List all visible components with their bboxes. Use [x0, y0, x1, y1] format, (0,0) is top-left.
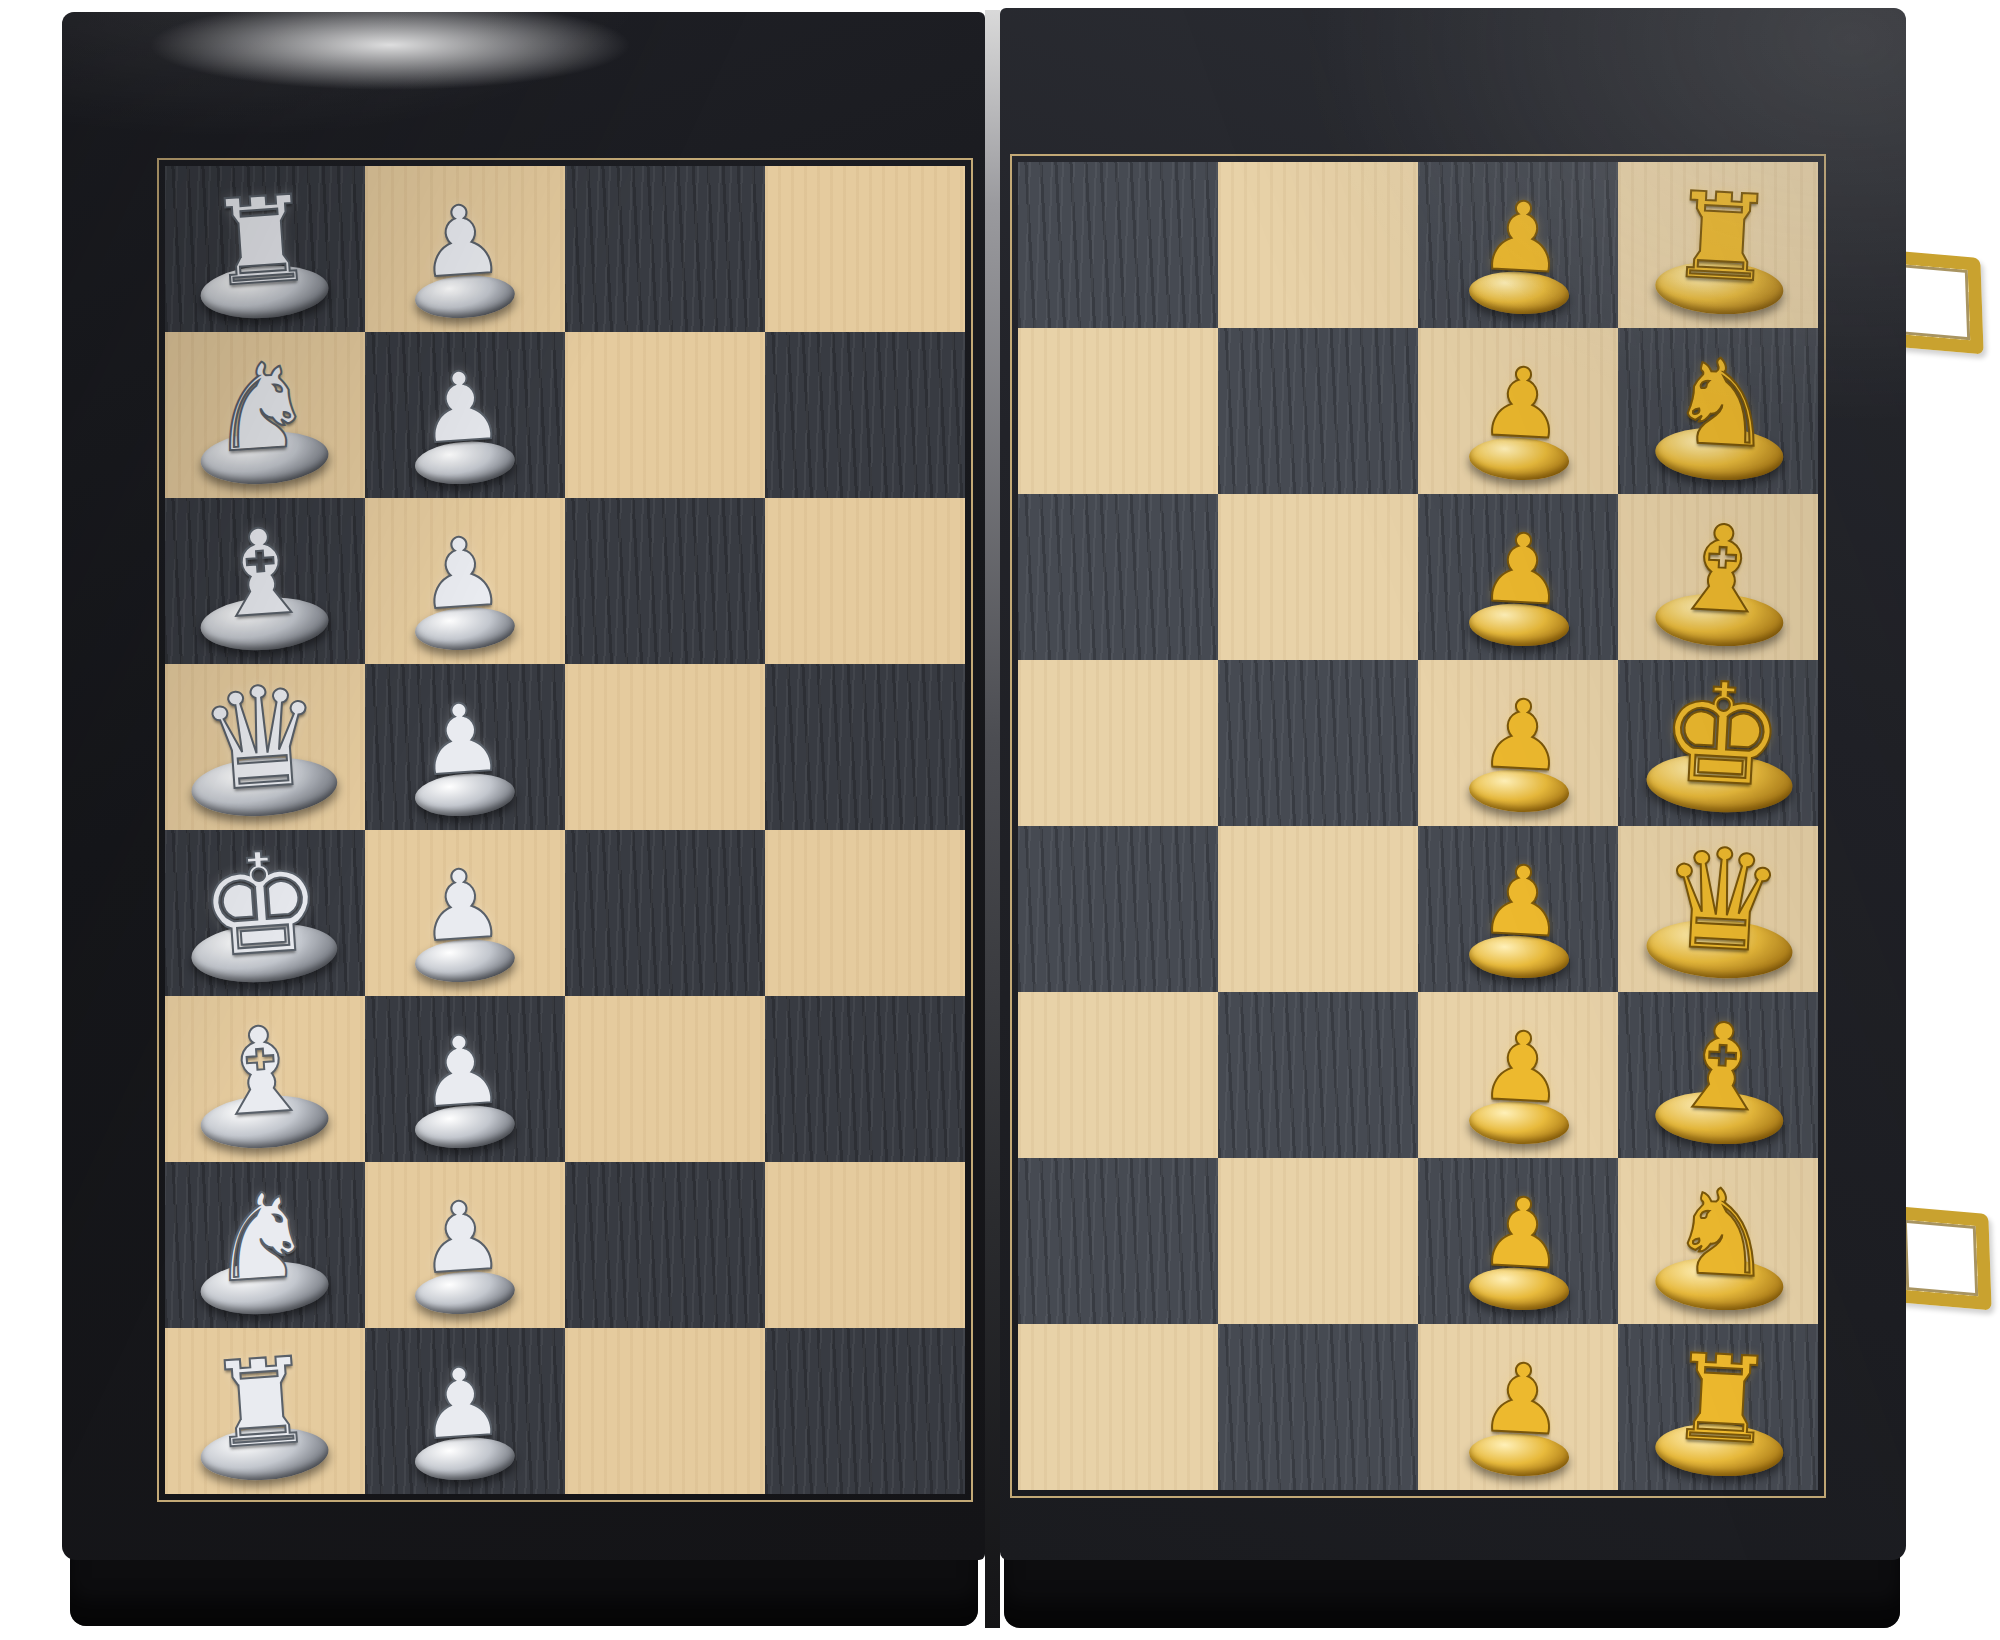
piece-silver-rook: ♜ [155, 1313, 366, 1493]
silver-knight-glyph: ♞ [204, 1174, 318, 1299]
board-square-r2c7: ♟ [1418, 328, 1618, 494]
gold-knight-glyph: ♞ [1666, 1171, 1778, 1294]
gold-bishop-glyph: ♝ [1666, 1005, 1778, 1128]
piece-gold-knight: ♞ [1618, 315, 1826, 491]
piece-gold-bishop: ♝ [1618, 481, 1826, 657]
silver-bishop-glyph: ♝ [204, 510, 318, 635]
board-square-r5c8: ♛ [1618, 826, 1818, 992]
silver-pawn-glyph: ♟ [415, 523, 507, 624]
playfield-right: ♟♜♟♞♟♝♟♚♟♛♟♝♟♞♟♜ [1010, 154, 1826, 1498]
silver-pawn-glyph: ♟ [415, 1187, 507, 1288]
board-square-r2c4 [765, 332, 965, 498]
squares-right: ♟♜♟♞♟♝♟♚♟♛♟♝♟♞♟♜ [1018, 162, 1818, 1490]
board-square-r8c2: ♟ [365, 1328, 565, 1494]
board-square-r1c4 [765, 166, 965, 332]
gold-pawn-glyph: ♟ [1477, 1017, 1567, 1116]
board-square-r1c6 [1218, 162, 1418, 328]
board-square-r6c7: ♟ [1418, 992, 1618, 1158]
gold-pawn-glyph: ♟ [1477, 851, 1567, 950]
gold-king-glyph: ♚ [1657, 663, 1788, 807]
board-square-r5c2: ♟ [365, 830, 565, 996]
gold-pawn-glyph: ♟ [1477, 519, 1567, 618]
piece-silver-knight: ♞ [155, 317, 366, 497]
piece-gold-pawn: ♟ [1418, 315, 1626, 491]
piece-gold-pawn: ♟ [1418, 979, 1626, 1155]
piece-silver-queen: ♛ [155, 649, 366, 829]
board-square-r7c1: ♞ [165, 1162, 365, 1328]
silver-knight-glyph: ♞ [204, 344, 318, 469]
board-square-r7c8: ♞ [1618, 1158, 1818, 1324]
piece-gold-pawn: ♟ [1418, 481, 1626, 657]
board-square-r5c1: ♚ [165, 830, 365, 996]
board-square-r6c4 [765, 996, 965, 1162]
board-square-r5c3 [565, 830, 765, 996]
silver-pawn-glyph: ♟ [415, 357, 507, 458]
board-square-r6c6 [1218, 992, 1418, 1158]
board-square-r7c4 [765, 1162, 965, 1328]
piece-silver-pawn: ♟ [355, 649, 566, 829]
gold-queen-glyph: ♛ [1657, 829, 1788, 973]
board-square-r8c3 [565, 1328, 765, 1494]
silver-pawn-glyph: ♟ [415, 855, 507, 956]
board-square-r4c3 [565, 664, 765, 830]
board-square-r6c1: ♝ [165, 996, 365, 1162]
board-square-r3c7: ♟ [1418, 494, 1618, 660]
board-square-r5c4 [765, 830, 965, 996]
gold-pawn-glyph: ♟ [1477, 1183, 1567, 1282]
board-square-r3c1: ♝ [165, 498, 365, 664]
piece-gold-rook: ♜ [1618, 1311, 1826, 1487]
board-square-r4c2: ♟ [365, 664, 565, 830]
board-square-r5c5 [1018, 826, 1218, 992]
silver-pawn-glyph: ♟ [415, 1021, 507, 1122]
board-square-r1c8: ♜ [1618, 162, 1818, 328]
piece-gold-rook: ♜ [1618, 149, 1826, 325]
piece-gold-knight: ♞ [1618, 1145, 1826, 1321]
board-square-r8c1: ♜ [165, 1328, 365, 1494]
piece-gold-bishop: ♝ [1618, 979, 1826, 1155]
board-square-r7c5 [1018, 1158, 1218, 1324]
piece-gold-king: ♚ [1618, 647, 1826, 823]
case-front-edge-left [70, 1556, 978, 1626]
piece-gold-pawn: ♟ [1418, 1145, 1626, 1321]
board-square-r7c6 [1218, 1158, 1418, 1324]
board-square-r7c3 [565, 1162, 765, 1328]
silver-queen-glyph: ♛ [194, 666, 327, 812]
board-square-r8c4 [765, 1328, 965, 1494]
board-half-left: ♜♟♞♟♝♟♛♟♚♟♝♟♞♟♜♟ [62, 12, 985, 1560]
piece-gold-pawn: ♟ [1418, 149, 1626, 325]
silver-pawn-glyph: ♟ [415, 191, 507, 292]
board-square-r6c3 [565, 996, 765, 1162]
piece-silver-rook: ♜ [155, 151, 366, 331]
board-square-r7c7: ♟ [1418, 1158, 1618, 1324]
board-square-r4c7: ♟ [1418, 660, 1618, 826]
board-square-r2c2: ♟ [365, 332, 565, 498]
silver-king-glyph: ♚ [194, 832, 327, 978]
gold-rook-glyph: ♜ [1666, 175, 1778, 298]
gold-pawn-glyph: ♟ [1477, 1349, 1567, 1448]
case-front-edge-right [1004, 1554, 1900, 1628]
hinge-seam [985, 10, 1000, 1628]
board-half-right: ♟♜♟♞♟♝♟♚♟♛♟♝♟♞♟♜ [1000, 8, 1906, 1560]
piece-silver-pawn: ♟ [355, 483, 566, 663]
board-square-r1c3 [565, 166, 765, 332]
board-square-r3c2: ♟ [365, 498, 565, 664]
silver-rook-glyph: ♜ [204, 1340, 318, 1465]
silver-pawn-glyph: ♟ [415, 1353, 507, 1454]
piece-silver-knight: ♞ [155, 1147, 366, 1327]
board-square-r6c8: ♝ [1618, 992, 1818, 1158]
playfield-left: ♜♟♞♟♝♟♛♟♚♟♝♟♞♟♜♟ [157, 158, 973, 1502]
board-square-r4c8: ♚ [1618, 660, 1818, 826]
board-square-r4c5 [1018, 660, 1218, 826]
board-square-r1c1: ♜ [165, 166, 365, 332]
board-square-r5c7: ♟ [1418, 826, 1618, 992]
chess-box-photo: ♜♟♞♟♝♟♛♟♚♟♝♟♞♟♜♟ ♟♜♟♞♟♝♟♚♟♛♟♝♟♞♟♜ [0, 0, 2000, 1640]
piece-silver-pawn: ♟ [355, 151, 566, 331]
board-square-r8c8: ♜ [1618, 1324, 1818, 1490]
board-square-r2c3 [565, 332, 765, 498]
silver-rook-glyph: ♜ [204, 178, 318, 303]
board-square-r3c6 [1218, 494, 1418, 660]
board-square-r8c7: ♟ [1418, 1324, 1618, 1490]
board-square-r4c1: ♛ [165, 664, 365, 830]
board-square-r4c6 [1218, 660, 1418, 826]
board-square-r8c6 [1218, 1324, 1418, 1490]
board-square-r6c2: ♟ [365, 996, 565, 1162]
piece-gold-pawn: ♟ [1418, 1311, 1626, 1487]
piece-gold-queen: ♛ [1618, 813, 1826, 989]
piece-silver-king: ♚ [155, 815, 366, 995]
gold-pawn-glyph: ♟ [1477, 353, 1567, 452]
board-square-r2c8: ♞ [1618, 328, 1818, 494]
piece-silver-pawn: ♟ [355, 1313, 566, 1493]
gold-pawn-glyph: ♟ [1477, 685, 1567, 784]
piece-silver-pawn: ♟ [355, 815, 566, 995]
piece-gold-pawn: ♟ [1418, 813, 1626, 989]
silver-bishop-glyph: ♝ [204, 1008, 318, 1133]
squares-left: ♜♟♞♟♝♟♛♟♚♟♝♟♞♟♜♟ [165, 166, 965, 1494]
piece-silver-bishop: ♝ [155, 483, 366, 663]
board-square-r3c8: ♝ [1618, 494, 1818, 660]
gold-knight-glyph: ♞ [1666, 341, 1778, 464]
board-square-r3c3 [565, 498, 765, 664]
piece-gold-pawn: ♟ [1418, 647, 1626, 823]
board-square-r1c5 [1018, 162, 1218, 328]
board-square-r3c4 [765, 498, 965, 664]
board-square-r8c5 [1018, 1324, 1218, 1490]
piece-silver-bishop: ♝ [155, 981, 366, 1161]
board-square-r3c5 [1018, 494, 1218, 660]
gold-bishop-glyph: ♝ [1666, 507, 1778, 630]
piece-silver-pawn: ♟ [355, 981, 566, 1161]
board-square-r1c2: ♟ [365, 166, 565, 332]
board-square-r2c5 [1018, 328, 1218, 494]
board-square-r5c6 [1218, 826, 1418, 992]
gold-rook-glyph: ♜ [1666, 1337, 1778, 1460]
gold-pawn-glyph: ♟ [1477, 187, 1567, 286]
piece-silver-pawn: ♟ [355, 1147, 566, 1327]
board-square-r7c2: ♟ [365, 1162, 565, 1328]
silver-pawn-glyph: ♟ [415, 689, 507, 790]
piece-silver-pawn: ♟ [355, 317, 566, 497]
board-square-r2c6 [1218, 328, 1418, 494]
board-square-r4c4 [765, 664, 965, 830]
board-square-r2c1: ♞ [165, 332, 365, 498]
board-square-r1c7: ♟ [1418, 162, 1618, 328]
board-square-r6c5 [1018, 992, 1218, 1158]
